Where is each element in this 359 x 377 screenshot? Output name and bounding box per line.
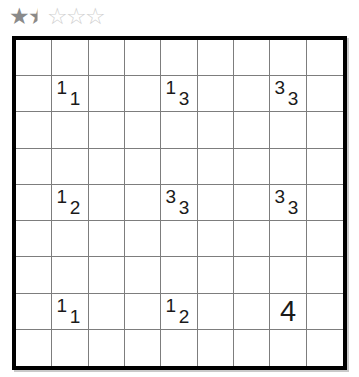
- cell-r9c5[interactable]: [161, 330, 197, 366]
- cell-r9c1[interactable]: [16, 330, 52, 366]
- empty-star-icon: ☆: [66, 4, 85, 30]
- cell-r5c6[interactable]: [198, 185, 234, 221]
- clue-number: 2: [175, 307, 193, 326]
- cell-r1c3[interactable]: [89, 40, 125, 76]
- cell-r9c6[interactable]: [198, 330, 234, 366]
- cell-r5c3[interactable]: [89, 185, 125, 221]
- cell-r6c2[interactable]: [52, 221, 88, 257]
- cell-r4c1[interactable]: [16, 149, 52, 185]
- clue-number: 1: [66, 307, 84, 326]
- cell-r4c9[interactable]: [307, 149, 343, 185]
- clue-cell-r2c8: 33: [270, 76, 306, 112]
- cell-r3c9[interactable]: [307, 112, 343, 148]
- clue-cell-r5c5: 33: [161, 185, 197, 221]
- tapa-board: 11133312333311124: [12, 36, 347, 370]
- cell-r5c7[interactable]: [234, 185, 270, 221]
- clue-number: 3: [175, 198, 193, 217]
- cell-r7c5[interactable]: [161, 257, 197, 293]
- cell-r3c7[interactable]: [234, 112, 270, 148]
- cell-r5c4[interactable]: [125, 185, 161, 221]
- cell-r8c4[interactable]: [125, 294, 161, 330]
- clue-number: 1: [66, 89, 84, 108]
- cell-r4c5[interactable]: [161, 149, 197, 185]
- cell-r7c1[interactable]: [16, 257, 52, 293]
- cell-r2c3[interactable]: [89, 76, 125, 112]
- clue-cell-r5c2: 12: [52, 185, 88, 221]
- cell-r1c5[interactable]: [161, 40, 197, 76]
- cell-r3c4[interactable]: [125, 112, 161, 148]
- cell-r2c1[interactable]: [16, 76, 52, 112]
- cell-r3c1[interactable]: [16, 112, 52, 148]
- cell-r8c9[interactable]: [307, 294, 343, 330]
- cell-r4c7[interactable]: [234, 149, 270, 185]
- cell-r2c4[interactable]: [125, 76, 161, 112]
- clue-cell-r2c5: 13: [161, 76, 197, 112]
- cell-r8c6[interactable]: [198, 294, 234, 330]
- cell-r4c4[interactable]: [125, 149, 161, 185]
- cell-r7c4[interactable]: [125, 257, 161, 293]
- clue-number: 3: [284, 89, 302, 108]
- cell-r6c4[interactable]: [125, 221, 161, 257]
- clue-cell-r5c8: 33: [270, 185, 306, 221]
- half-star-icon: ★: [28, 4, 47, 30]
- clue-cell-r8c5: 12: [161, 294, 197, 330]
- tapa-grid: 11133312333311124: [16, 40, 343, 366]
- cell-r2c6[interactable]: [198, 76, 234, 112]
- cell-r6c1[interactable]: [16, 221, 52, 257]
- cell-r1c1[interactable]: [16, 40, 52, 76]
- cell-r9c8[interactable]: [270, 330, 306, 366]
- empty-star-icon: ☆: [47, 4, 66, 30]
- cell-r1c9[interactable]: [307, 40, 343, 76]
- cell-r1c6[interactable]: [198, 40, 234, 76]
- cell-r9c4[interactable]: [125, 330, 161, 366]
- cell-r7c3[interactable]: [89, 257, 125, 293]
- cell-r9c9[interactable]: [307, 330, 343, 366]
- cell-r9c7[interactable]: [234, 330, 270, 366]
- empty-star-icon: ☆: [85, 4, 104, 30]
- full-star-icon: ★: [9, 4, 28, 30]
- clue-cell-r2c2: 11: [52, 76, 88, 112]
- cell-r5c1[interactable]: [16, 185, 52, 221]
- clue-number: 4: [270, 294, 305, 329]
- cell-r7c2[interactable]: [52, 257, 88, 293]
- clue-cell-r8c8: 4: [270, 294, 306, 330]
- cell-r3c2[interactable]: [52, 112, 88, 148]
- cell-r6c7[interactable]: [234, 221, 270, 257]
- cell-r1c7[interactable]: [234, 40, 270, 76]
- cell-r7c9[interactable]: [307, 257, 343, 293]
- cell-r7c7[interactable]: [234, 257, 270, 293]
- cell-r9c2[interactable]: [52, 330, 88, 366]
- cell-r2c9[interactable]: [307, 76, 343, 112]
- cell-r8c3[interactable]: [89, 294, 125, 330]
- cell-r3c5[interactable]: [161, 112, 197, 148]
- cell-r4c2[interactable]: [52, 149, 88, 185]
- cell-r6c8[interactable]: [270, 221, 306, 257]
- cell-r4c8[interactable]: [270, 149, 306, 185]
- cell-r3c8[interactable]: [270, 112, 306, 148]
- cell-r3c3[interactable]: [89, 112, 125, 148]
- cell-r7c8[interactable]: [270, 257, 306, 293]
- clue-number: 3: [175, 89, 193, 108]
- cell-r8c7[interactable]: [234, 294, 270, 330]
- cell-r1c4[interactable]: [125, 40, 161, 76]
- cell-r9c3[interactable]: [89, 330, 125, 366]
- cell-r2c7[interactable]: [234, 76, 270, 112]
- cell-r4c3[interactable]: [89, 149, 125, 185]
- cell-r6c5[interactable]: [161, 221, 197, 257]
- clue-number: 2: [66, 198, 84, 217]
- cell-r6c6[interactable]: [198, 221, 234, 257]
- cell-r4c6[interactable]: [198, 149, 234, 185]
- cell-r7c6[interactable]: [198, 257, 234, 293]
- cell-r5c9[interactable]: [307, 185, 343, 221]
- clue-cell-r8c2: 11: [52, 294, 88, 330]
- cell-r8c1[interactable]: [16, 294, 52, 330]
- clue-number: 3: [284, 198, 302, 217]
- cell-r6c3[interactable]: [89, 221, 125, 257]
- cell-r1c2[interactable]: [52, 40, 88, 76]
- cell-r6c9[interactable]: [307, 221, 343, 257]
- cell-r1c8[interactable]: [270, 40, 306, 76]
- difficulty-rating: ★★☆☆☆: [9, 4, 104, 30]
- cell-r3c6[interactable]: [198, 112, 234, 148]
